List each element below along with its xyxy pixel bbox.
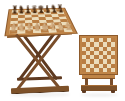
tabletop: ♜♞♝♛♚♝♞♜♟♟♟♟♟♟♟♟♟♟♟♟♟♟♟♟♜♞♝♛♚♝♞♜ xyxy=(8,0,70,51)
open-chess-table: ♜♞♝♛♚♝♞♜♟♟♟♟♟♟♟♟♟♟♟♟♟♟♟♟♜♞♝♛♚♝♞♜ xyxy=(0,0,78,101)
chessboard-open: ♜♞♝♛♚♝♞♜♟♟♟♟♟♟♟♟♟♟♟♟♟♟♟♟♜♞♝♛♚♝♞♜ xyxy=(6,8,77,35)
square xyxy=(61,22,69,25)
folded-foot-right xyxy=(111,90,115,93)
chess-piece-dark: ♜ xyxy=(57,4,63,11)
folded-foot-left xyxy=(82,90,86,93)
chessboard-folded xyxy=(80,36,117,74)
front-stretcher-bar xyxy=(11,86,69,94)
square: ♞ xyxy=(17,30,25,34)
folded-chess-table xyxy=(78,34,125,101)
square xyxy=(18,18,25,21)
square xyxy=(11,18,18,21)
square: ♜ xyxy=(63,28,72,32)
product-photo: ♜♞♝♛♚♝♞♜♟♟♟♟♟♟♟♟♟♟♟♟♟♟♟♟♜♞♝♛♚♝♞♜ xyxy=(0,0,125,101)
square xyxy=(111,68,115,72)
square xyxy=(52,17,60,20)
square xyxy=(58,14,66,17)
